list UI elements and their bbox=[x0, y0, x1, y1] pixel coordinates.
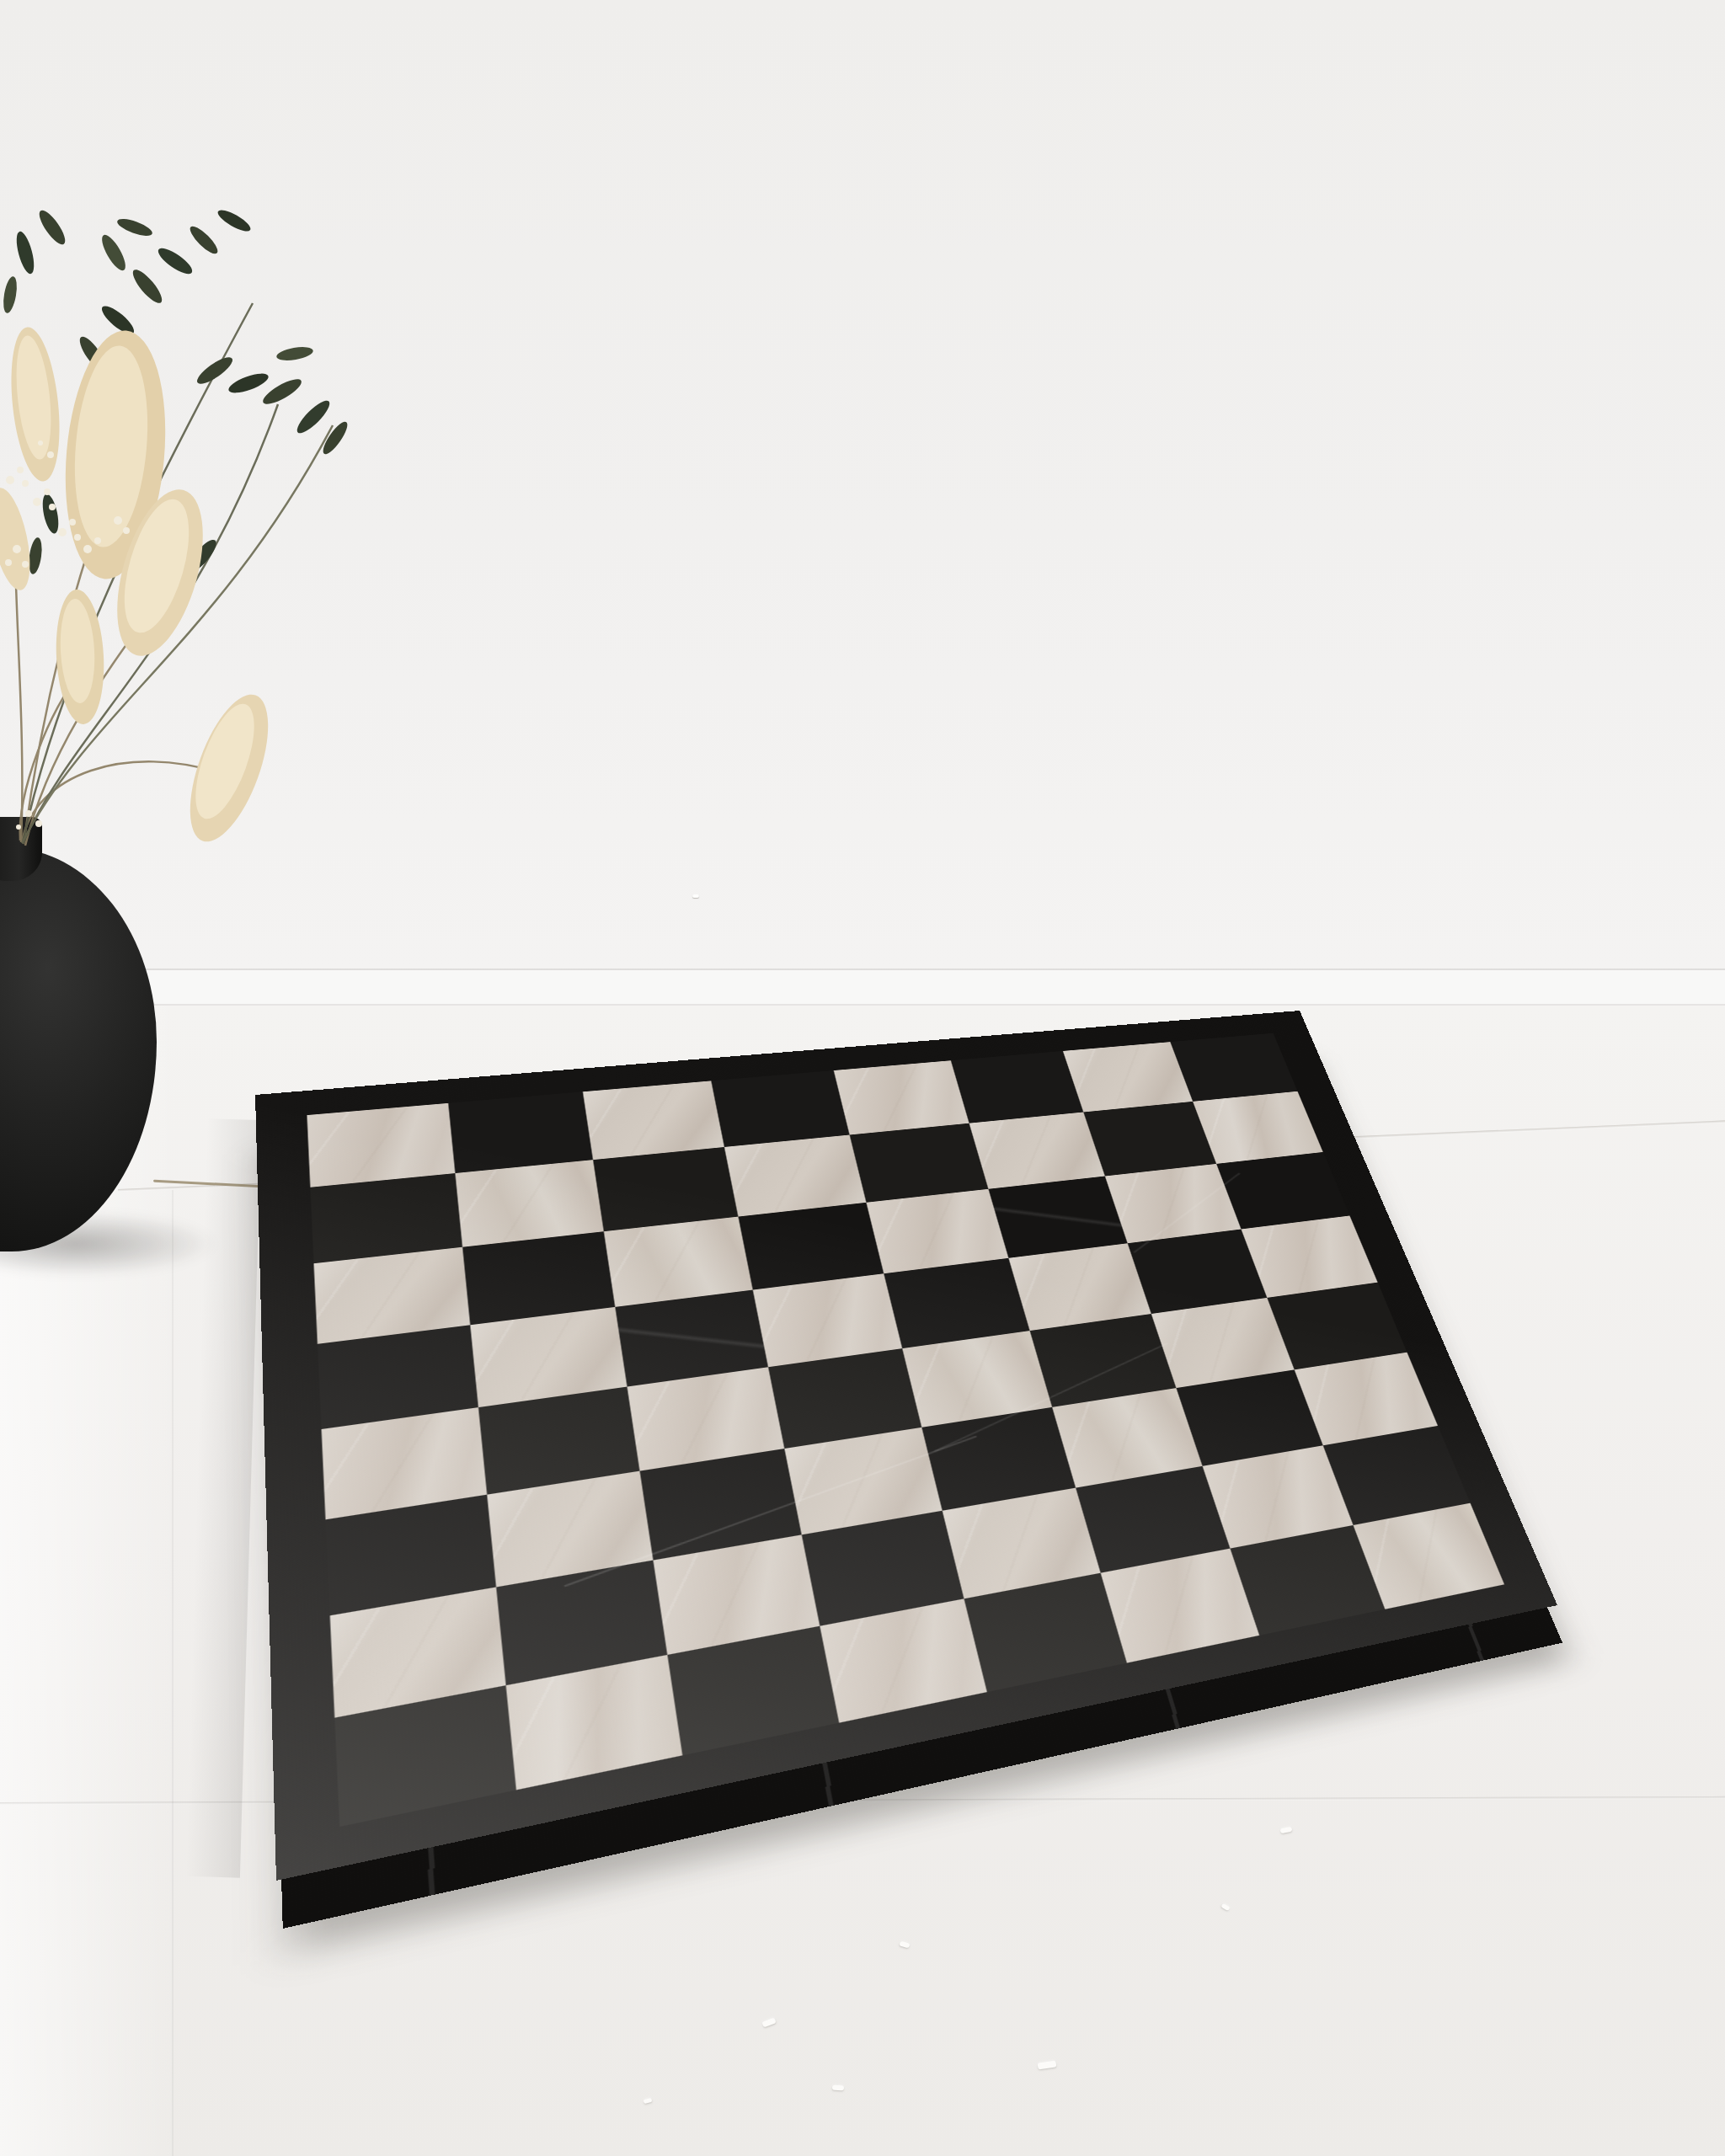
dried-flower-arrangement bbox=[0, 202, 354, 876]
square-b8 bbox=[448, 1091, 593, 1173]
table-back-edge bbox=[0, 972, 1725, 1004]
square-f8 bbox=[951, 1051, 1083, 1123]
square-c8 bbox=[583, 1081, 724, 1160]
square-d8 bbox=[711, 1070, 849, 1147]
paint-chip bbox=[832, 2084, 844, 2090]
wall-speck bbox=[692, 894, 699, 898]
square-h7 bbox=[1193, 1091, 1323, 1164]
square-e8 bbox=[834, 1060, 969, 1134]
square-g8 bbox=[1063, 1042, 1193, 1112]
square-h8 bbox=[1170, 1033, 1297, 1102]
photo-scene bbox=[0, 0, 1725, 2156]
bunny-tails bbox=[0, 325, 284, 851]
